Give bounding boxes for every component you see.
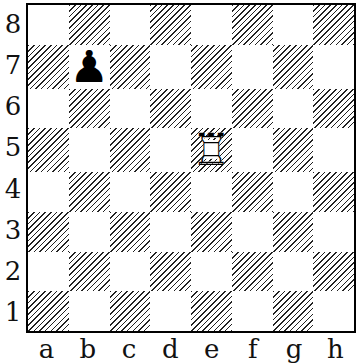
square-b2[interactable] <box>69 252 110 292</box>
square-c7[interactable] <box>110 45 151 89</box>
square-c6[interactable] <box>110 89 151 129</box>
square-d2[interactable] <box>150 252 191 292</box>
square-a2[interactable] <box>28 252 69 292</box>
square-c4[interactable] <box>110 172 151 212</box>
square-g1[interactable] <box>273 291 314 331</box>
square-g4[interactable] <box>273 172 314 212</box>
black-pawn[interactable]: ♟ <box>69 45 108 89</box>
chess-diagram: 87654321 ♟♜♖ abcdefgh <box>0 0 358 364</box>
square-e8[interactable] <box>191 5 232 45</box>
square-b4[interactable] <box>69 172 110 212</box>
chess-board[interactable]: ♟♜♖ <box>26 3 356 333</box>
square-c5[interactable] <box>110 128 151 172</box>
square-f7[interactable] <box>232 45 273 89</box>
square-e1[interactable] <box>191 291 232 331</box>
square-e7[interactable] <box>191 45 232 89</box>
square-f5[interactable] <box>232 128 273 172</box>
square-c2[interactable] <box>110 252 151 292</box>
square-a5[interactable] <box>28 128 69 172</box>
square-h1[interactable] <box>313 291 354 331</box>
square-c3[interactable] <box>110 212 151 252</box>
square-d7[interactable] <box>150 45 191 89</box>
square-e4[interactable] <box>191 172 232 212</box>
square-e3[interactable] <box>191 212 232 252</box>
square-e6[interactable] <box>191 89 232 129</box>
square-c8[interactable] <box>110 5 151 45</box>
square-b5[interactable] <box>69 128 110 172</box>
square-h4[interactable] <box>313 172 354 212</box>
rank-label-6: 6 <box>0 86 26 127</box>
square-h8[interactable] <box>313 5 354 45</box>
square-b7[interactable]: ♟ <box>69 45 110 89</box>
rank-label-2: 2 <box>0 251 26 292</box>
square-b6[interactable] <box>69 89 110 129</box>
square-g5[interactable] <box>273 128 314 172</box>
rank-label-7: 7 <box>0 44 26 85</box>
square-f3[interactable] <box>232 212 273 252</box>
square-h3[interactable] <box>313 212 354 252</box>
file-label-g: g <box>274 333 315 364</box>
file-label-h: h <box>315 333 356 364</box>
file-labels: abcdefgh <box>26 333 356 362</box>
square-d6[interactable] <box>150 89 191 129</box>
square-b3[interactable] <box>69 212 110 252</box>
square-a8[interactable] <box>28 5 69 45</box>
square-d8[interactable] <box>150 5 191 45</box>
square-f4[interactable] <box>232 172 273 212</box>
file-label-c: c <box>109 333 150 364</box>
square-b1[interactable] <box>69 291 110 331</box>
square-h6[interactable] <box>313 89 354 129</box>
square-a1[interactable] <box>28 291 69 331</box>
square-f8[interactable] <box>232 5 273 45</box>
square-a7[interactable] <box>28 45 69 89</box>
square-g3[interactable] <box>273 212 314 252</box>
white-rook[interactable]: ♜♖ <box>192 128 231 172</box>
square-g8[interactable] <box>273 5 314 45</box>
square-h5[interactable] <box>313 128 354 172</box>
rank-label-4: 4 <box>0 168 26 209</box>
square-d3[interactable] <box>150 212 191 252</box>
square-d5[interactable] <box>150 128 191 172</box>
file-label-e: e <box>191 333 232 364</box>
square-f6[interactable] <box>232 89 273 129</box>
square-g2[interactable] <box>273 252 314 292</box>
square-a6[interactable] <box>28 89 69 129</box>
square-f1[interactable] <box>232 291 273 331</box>
square-g6[interactable] <box>273 89 314 129</box>
square-b8[interactable] <box>69 5 110 45</box>
square-d1[interactable] <box>150 291 191 331</box>
square-a4[interactable] <box>28 172 69 212</box>
square-d4[interactable] <box>150 172 191 212</box>
square-h7[interactable] <box>313 45 354 89</box>
file-label-f: f <box>232 333 273 364</box>
square-c1[interactable] <box>110 291 151 331</box>
rank-labels: 87654321 <box>0 3 26 333</box>
file-label-b: b <box>67 333 108 364</box>
square-a3[interactable] <box>28 212 69 252</box>
white-rook-icon: ♖ <box>192 128 231 172</box>
rank-label-1: 1 <box>0 292 26 333</box>
file-label-a: a <box>26 333 67 364</box>
square-e2[interactable] <box>191 252 232 292</box>
rank-label-3: 3 <box>0 209 26 250</box>
rank-label-5: 5 <box>0 127 26 168</box>
square-h2[interactable] <box>313 252 354 292</box>
file-label-d: d <box>150 333 191 364</box>
rank-label-8: 8 <box>0 3 26 44</box>
black-pawn-icon: ♟ <box>69 45 108 89</box>
square-e5[interactable]: ♜♖ <box>191 128 232 172</box>
square-f2[interactable] <box>232 252 273 292</box>
square-g7[interactable] <box>273 45 314 89</box>
